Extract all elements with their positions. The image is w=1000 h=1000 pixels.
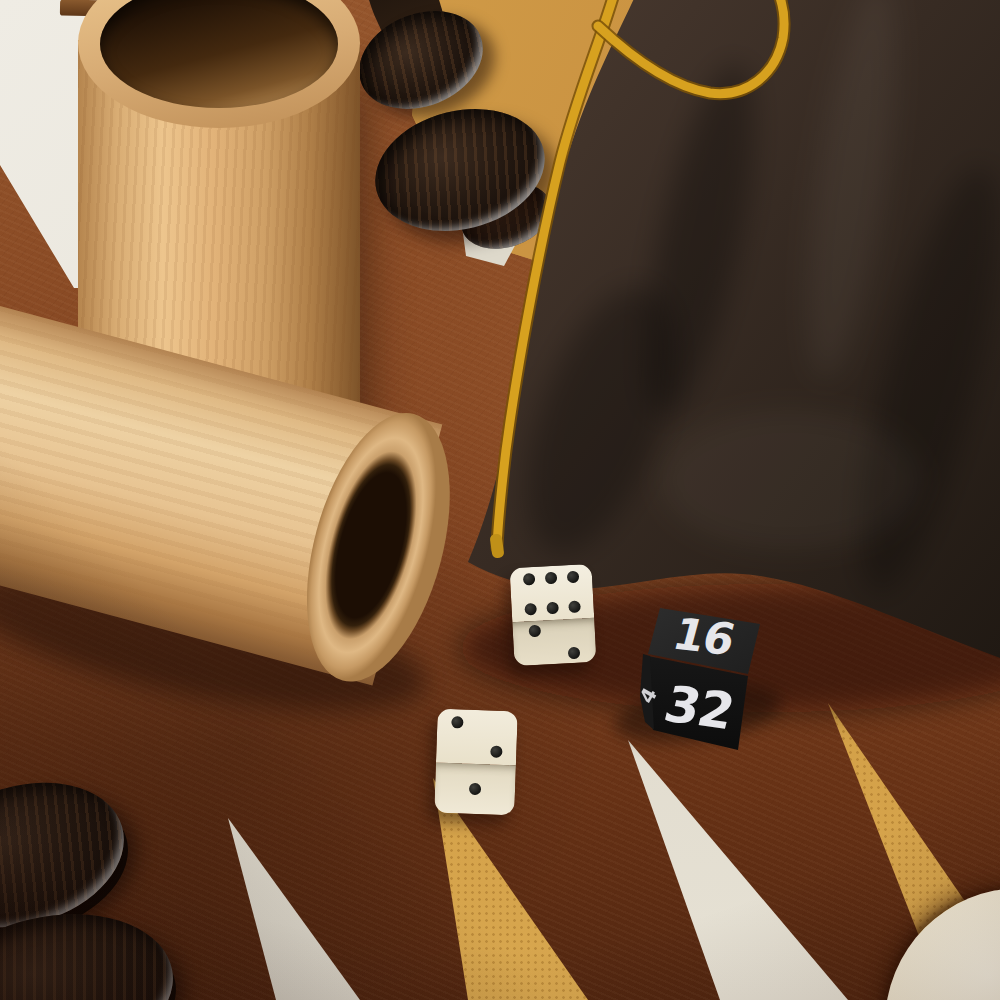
- die-2-top-face: [436, 709, 518, 766]
- die-2-front-face: [434, 763, 516, 816]
- die-2: [434, 709, 518, 816]
- cube-number-16: 16: [648, 605, 761, 668]
- die-1: [509, 564, 596, 666]
- backgammon-scene: 16 32 4: [0, 0, 1000, 1000]
- doubling-cube: 16 32 4: [640, 600, 768, 752]
- die-1-top-face: [509, 564, 594, 622]
- die-1-front-face: [512, 618, 596, 666]
